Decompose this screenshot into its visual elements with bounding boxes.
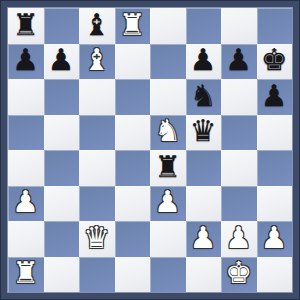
square-g4[interactable] <box>221 150 257 186</box>
piece-black-bishop[interactable]: ♝ <box>83 10 110 40</box>
piece-white-queen[interactable]: ♛ <box>83 223 110 253</box>
square-b1[interactable] <box>44 257 80 293</box>
square-b7[interactable]: ♟ <box>44 44 80 80</box>
square-f5[interactable]: ♛ <box>186 115 222 151</box>
square-g2[interactable]: ♟ <box>221 221 257 257</box>
piece-white-rook[interactable]: ♜ <box>119 10 146 40</box>
square-e4[interactable]: ♜ <box>150 150 186 186</box>
square-a7[interactable]: ♟ <box>8 44 44 80</box>
square-h6[interactable]: ♟ <box>257 79 293 115</box>
square-f8[interactable] <box>186 8 222 44</box>
piece-white-pawn[interactable]: ♟ <box>225 223 252 253</box>
piece-black-pawn[interactable]: ♟ <box>48 45 75 75</box>
chess-board: ♜♝♜♟♟♝♟♟♚♞♟♞♛♜♟♟♛♟♟♟♜♚ <box>8 8 292 292</box>
square-c7[interactable]: ♝ <box>79 44 115 80</box>
square-e3[interactable]: ♟ <box>150 186 186 222</box>
piece-white-bishop[interactable]: ♝ <box>83 45 110 75</box>
square-g5[interactable] <box>221 115 257 151</box>
square-f6[interactable]: ♞ <box>186 79 222 115</box>
square-d8[interactable]: ♜ <box>115 8 151 44</box>
square-e7[interactable] <box>150 44 186 80</box>
piece-white-pawn[interactable]: ♟ <box>12 187 39 217</box>
square-d5[interactable] <box>115 115 151 151</box>
square-d3[interactable] <box>115 186 151 222</box>
piece-white-pawn[interactable]: ♟ <box>190 223 217 253</box>
square-f7[interactable]: ♟ <box>186 44 222 80</box>
square-h7[interactable]: ♚ <box>257 44 293 80</box>
square-a1[interactable]: ♜ <box>8 257 44 293</box>
piece-black-king[interactable]: ♚ <box>261 45 288 75</box>
piece-black-queen[interactable]: ♛ <box>190 116 217 146</box>
square-g8[interactable] <box>221 8 257 44</box>
square-b5[interactable] <box>44 115 80 151</box>
square-c5[interactable] <box>79 115 115 151</box>
piece-black-pawn[interactable]: ♟ <box>225 45 252 75</box>
piece-white-knight[interactable]: ♞ <box>154 116 181 146</box>
square-c2[interactable]: ♛ <box>79 221 115 257</box>
square-a2[interactable] <box>8 221 44 257</box>
square-g7[interactable]: ♟ <box>221 44 257 80</box>
square-f2[interactable]: ♟ <box>186 221 222 257</box>
square-c6[interactable] <box>79 79 115 115</box>
piece-black-rook[interactable]: ♜ <box>154 152 181 182</box>
piece-black-rook[interactable]: ♜ <box>12 10 39 40</box>
square-f1[interactable] <box>186 257 222 293</box>
square-g1[interactable]: ♚ <box>221 257 257 293</box>
square-a3[interactable]: ♟ <box>8 186 44 222</box>
square-b2[interactable] <box>44 221 80 257</box>
square-h1[interactable] <box>257 257 293 293</box>
square-h8[interactable] <box>257 8 293 44</box>
square-g6[interactable] <box>221 79 257 115</box>
piece-black-pawn[interactable]: ♟ <box>12 45 39 75</box>
square-h2[interactable]: ♟ <box>257 221 293 257</box>
piece-white-king[interactable]: ♚ <box>225 258 252 288</box>
square-c4[interactable] <box>79 150 115 186</box>
square-b3[interactable] <box>44 186 80 222</box>
square-d6[interactable] <box>115 79 151 115</box>
square-e5[interactable]: ♞ <box>150 115 186 151</box>
square-d7[interactable] <box>115 44 151 80</box>
square-b8[interactable] <box>44 8 80 44</box>
square-h3[interactable] <box>257 186 293 222</box>
square-e6[interactable] <box>150 79 186 115</box>
piece-black-pawn[interactable]: ♟ <box>261 81 288 111</box>
square-e1[interactable] <box>150 257 186 293</box>
square-c1[interactable] <box>79 257 115 293</box>
piece-black-pawn[interactable]: ♟ <box>190 45 217 75</box>
square-d2[interactable] <box>115 221 151 257</box>
piece-white-pawn[interactable]: ♟ <box>261 223 288 253</box>
square-c3[interactable] <box>79 186 115 222</box>
square-a6[interactable] <box>8 79 44 115</box>
square-f3[interactable] <box>186 186 222 222</box>
square-e8[interactable] <box>150 8 186 44</box>
square-g3[interactable] <box>221 186 257 222</box>
square-e2[interactable] <box>150 221 186 257</box>
square-h5[interactable] <box>257 115 293 151</box>
square-b4[interactable] <box>44 150 80 186</box>
square-d4[interactable] <box>115 150 151 186</box>
piece-white-pawn[interactable]: ♟ <box>154 187 181 217</box>
square-f4[interactable] <box>186 150 222 186</box>
square-h4[interactable] <box>257 150 293 186</box>
piece-black-knight[interactable]: ♞ <box>190 81 217 111</box>
chess-board-frame: ♜♝♜♟♟♝♟♟♚♞♟♞♛♜♟♟♛♟♟♟♜♚ <box>0 0 300 300</box>
square-a8[interactable]: ♜ <box>8 8 44 44</box>
piece-white-rook[interactable]: ♜ <box>12 258 39 288</box>
square-a4[interactable] <box>8 150 44 186</box>
square-a5[interactable] <box>8 115 44 151</box>
square-b6[interactable] <box>44 79 80 115</box>
square-c8[interactable]: ♝ <box>79 8 115 44</box>
square-d1[interactable] <box>115 257 151 293</box>
